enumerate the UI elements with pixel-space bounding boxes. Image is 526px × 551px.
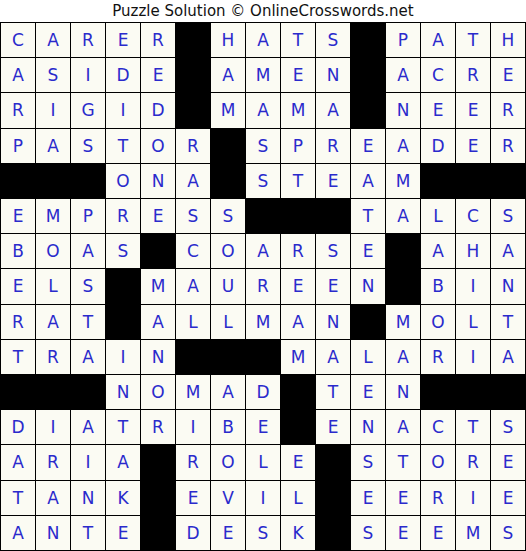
letter-cell-r12c12: A <box>386 410 420 444</box>
block-cell-r15c5 <box>141 516 175 550</box>
letter-cell-r4c5: O <box>141 129 175 163</box>
letter-cell-r2c14: R <box>456 58 490 92</box>
block-cell-r14c10 <box>316 481 350 515</box>
letter-cell-r4c3: S <box>71 129 105 163</box>
letter-cell-r12c5: R <box>141 410 175 444</box>
letter-cell-r2c2: S <box>36 58 70 92</box>
letter-cell-r1c7: H <box>211 23 245 57</box>
letter-cell-r10c12: A <box>386 340 420 374</box>
letter-cell-r4c4: T <box>106 129 140 163</box>
letter-cell-r10c1: T <box>1 340 35 374</box>
block-cell-r10c8 <box>246 340 280 374</box>
letter-cell-r12c1: D <box>1 410 35 444</box>
letter-cell-r11c7: A <box>211 375 245 409</box>
block-cell-r14c5 <box>141 481 175 515</box>
letter-cell-r10c3: A <box>71 340 105 374</box>
block-cell-r5c1 <box>1 164 35 198</box>
letter-cell-r4c9: P <box>281 129 315 163</box>
block-cell-r5c2 <box>36 164 70 198</box>
letter-cell-r12c2: I <box>36 410 70 444</box>
letter-cell-r3c14: E <box>456 93 490 127</box>
block-cell-r11c13 <box>421 375 455 409</box>
letter-cell-r8c14: I <box>456 269 490 303</box>
letter-cell-r8c3: S <box>71 269 105 303</box>
letter-cell-r3c9: M <box>281 93 315 127</box>
letter-cell-r7c3: A <box>71 234 105 268</box>
letter-cell-r14c12: E <box>386 481 420 515</box>
letter-cell-r7c4: S <box>106 234 140 268</box>
letter-cell-r9c2: A <box>36 305 70 339</box>
page: Puzzle Solution © OnlineCrosswords.net C… <box>0 0 526 551</box>
letter-cell-r11c10: T <box>316 375 350 409</box>
letter-cell-r3c12: N <box>386 93 420 127</box>
letter-cell-r15c8: S <box>246 516 280 550</box>
letter-cell-r4c10: R <box>316 129 350 163</box>
letter-cell-r13c13: O <box>421 445 455 479</box>
letter-cell-r8c10: E <box>316 269 350 303</box>
letter-cell-r6c3: P <box>71 199 105 233</box>
letter-cell-r6c6: S <box>176 199 210 233</box>
letter-cell-r5c12: M <box>386 164 420 198</box>
letter-cell-r10c9: M <box>281 340 315 374</box>
block-cell-r2c6 <box>176 58 210 92</box>
letter-cell-r10c2: R <box>36 340 70 374</box>
letter-cell-r6c1: E <box>1 199 35 233</box>
letter-cell-r12c10: E <box>316 410 350 444</box>
letter-cell-r3c3: G <box>71 93 105 127</box>
letter-cell-r1c14: T <box>456 23 490 57</box>
block-cell-r7c5 <box>141 234 175 268</box>
letter-cell-r7c13: A <box>421 234 455 268</box>
letter-cell-r2c8: M <box>246 58 280 92</box>
letter-cell-r10c4: I <box>106 340 140 374</box>
letter-cell-r14c13: R <box>421 481 455 515</box>
letter-cell-r15c13: E <box>421 516 455 550</box>
letter-cell-r15c6: D <box>176 516 210 550</box>
letter-cell-r8c8: R <box>246 269 280 303</box>
letter-cell-r9c5: A <box>141 305 175 339</box>
block-cell-r12c9 <box>281 410 315 444</box>
letter-cell-r5c8: S <box>246 164 280 198</box>
letter-cell-r12c3: A <box>71 410 105 444</box>
letter-cell-r13c2: R <box>36 445 70 479</box>
letter-cell-r6c11: T <box>351 199 385 233</box>
letter-cell-r15c4: E <box>106 516 140 550</box>
page-title: Puzzle Solution © OnlineCrosswords.net <box>0 0 526 22</box>
block-cell-r11c15 <box>491 375 525 409</box>
block-cell-r4c7 <box>211 129 245 163</box>
letter-cell-r1c3: R <box>71 23 105 57</box>
block-cell-r15c10 <box>316 516 350 550</box>
letter-cell-r2c4: D <box>106 58 140 92</box>
letter-cell-r5c5: N <box>141 164 175 198</box>
letter-cell-r6c4: R <box>106 199 140 233</box>
letter-cell-r7c1: B <box>1 234 35 268</box>
letter-cell-r6c14: C <box>456 199 490 233</box>
letter-cell-r15c9: K <box>281 516 315 550</box>
letter-cell-r2c13: C <box>421 58 455 92</box>
block-cell-r6c8 <box>246 199 280 233</box>
letter-cell-r4c2: A <box>36 129 70 163</box>
block-cell-r9c4 <box>106 305 140 339</box>
letter-cell-r1c5: R <box>141 23 175 57</box>
block-cell-r1c6 <box>176 23 210 57</box>
letter-cell-r14c4: K <box>106 481 140 515</box>
letter-cell-r7c9: R <box>281 234 315 268</box>
letter-cell-r7c10: S <box>316 234 350 268</box>
letter-cell-r13c6: R <box>176 445 210 479</box>
letter-cell-r13c15: E <box>491 445 525 479</box>
letter-cell-r2c7: A <box>211 58 245 92</box>
letter-cell-r13c14: R <box>456 445 490 479</box>
letter-cell-r14c2: A <box>36 481 70 515</box>
letter-cell-r3c4: I <box>106 93 140 127</box>
letter-cell-r9c8: M <box>246 305 280 339</box>
letter-cell-r3c15: R <box>491 93 525 127</box>
letter-cell-r11c5: O <box>141 375 175 409</box>
letter-cell-r13c1: A <box>1 445 35 479</box>
letter-cell-r12c6: I <box>176 410 210 444</box>
block-cell-r5c13 <box>421 164 455 198</box>
letter-cell-r5c6: A <box>176 164 210 198</box>
letter-cell-r4c15: R <box>491 129 525 163</box>
letter-cell-r1c13: A <box>421 23 455 57</box>
crossword-grid: CARERHATSPATHASIDEAMENACRERIGIDMAMANEERP… <box>0 22 526 551</box>
letter-cell-r13c4: A <box>106 445 140 479</box>
letter-cell-r13c7: O <box>211 445 245 479</box>
letter-cell-r13c3: I <box>71 445 105 479</box>
letter-cell-r1c8: A <box>246 23 280 57</box>
letter-cell-r7c11: E <box>351 234 385 268</box>
letter-cell-r9c1: R <box>1 305 35 339</box>
letter-cell-r4c12: A <box>386 129 420 163</box>
letter-cell-r11c11: E <box>351 375 385 409</box>
letter-cell-r15c1: A <box>1 516 35 550</box>
block-cell-r6c10 <box>316 199 350 233</box>
letter-cell-r8c1: E <box>1 269 35 303</box>
letter-cell-r6c5: E <box>141 199 175 233</box>
letter-cell-r14c11: E <box>351 481 385 515</box>
letter-cell-r7c8: A <box>246 234 280 268</box>
letter-cell-r7c6: C <box>176 234 210 268</box>
letter-cell-r4c1: P <box>1 129 35 163</box>
letter-cell-r7c14: H <box>456 234 490 268</box>
letter-cell-r14c8: I <box>246 481 280 515</box>
letter-cell-r7c15: A <box>491 234 525 268</box>
letter-cell-r6c7: S <box>211 199 245 233</box>
letter-cell-r12c4: T <box>106 410 140 444</box>
block-cell-r8c4 <box>106 269 140 303</box>
letter-cell-r3c7: M <box>211 93 245 127</box>
letter-cell-r3c13: E <box>421 93 455 127</box>
block-cell-r10c6 <box>176 340 210 374</box>
letter-cell-r9c14: L <box>456 305 490 339</box>
letter-cell-r15c14: M <box>456 516 490 550</box>
letter-cell-r9c12: M <box>386 305 420 339</box>
letter-cell-r11c4: N <box>106 375 140 409</box>
block-cell-r13c5 <box>141 445 175 479</box>
letter-cell-r3c5: D <box>141 93 175 127</box>
letter-cell-r12c14: T <box>456 410 490 444</box>
letter-cell-r12c13: C <box>421 410 455 444</box>
letter-cell-r4c14: E <box>456 129 490 163</box>
letter-cell-r14c1: T <box>1 481 35 515</box>
letter-cell-r12c7: B <box>211 410 245 444</box>
letter-cell-r11c8: D <box>246 375 280 409</box>
letter-cell-r4c13: D <box>421 129 455 163</box>
letter-cell-r15c3: T <box>71 516 105 550</box>
letter-cell-r9c9: A <box>281 305 315 339</box>
letter-cell-r12c8: E <box>246 410 280 444</box>
letter-cell-r8c15: N <box>491 269 525 303</box>
letter-cell-r10c11: L <box>351 340 385 374</box>
letter-cell-r10c15: A <box>491 340 525 374</box>
letter-cell-r2c5: E <box>141 58 175 92</box>
block-cell-r13c10 <box>316 445 350 479</box>
letter-cell-r13c12: T <box>386 445 420 479</box>
letter-cell-r9c7: L <box>211 305 245 339</box>
letter-cell-r1c2: A <box>36 23 70 57</box>
letter-cell-r8c6: A <box>176 269 210 303</box>
block-cell-r1c11 <box>351 23 385 57</box>
block-cell-r11c2 <box>36 375 70 409</box>
letter-cell-r15c11: S <box>351 516 385 550</box>
letter-cell-r14c7: V <box>211 481 245 515</box>
block-cell-r11c9 <box>281 375 315 409</box>
block-cell-r6c9 <box>281 199 315 233</box>
letter-cell-r15c2: N <box>36 516 70 550</box>
letter-cell-r10c14: I <box>456 340 490 374</box>
letter-cell-r8c11: N <box>351 269 385 303</box>
letter-cell-r2c3: I <box>71 58 105 92</box>
block-cell-r2c11 <box>351 58 385 92</box>
letter-cell-r14c3: N <box>71 481 105 515</box>
letter-cell-r6c2: M <box>36 199 70 233</box>
letter-cell-r15c15: S <box>491 516 525 550</box>
letter-cell-r10c5: N <box>141 340 175 374</box>
letter-cell-r9c15: T <box>491 305 525 339</box>
block-cell-r3c11 <box>351 93 385 127</box>
letter-cell-r1c10: S <box>316 23 350 57</box>
letter-cell-r10c13: R <box>421 340 455 374</box>
letter-cell-r12c15: S <box>491 410 525 444</box>
letter-cell-r11c6: M <box>176 375 210 409</box>
letter-cell-r13c8: L <box>246 445 280 479</box>
letter-cell-r3c1: R <box>1 93 35 127</box>
letter-cell-r1c1: C <box>1 23 35 57</box>
letter-cell-r13c11: S <box>351 445 385 479</box>
letter-cell-r12c11: N <box>351 410 385 444</box>
letter-cell-r8c5: M <box>141 269 175 303</box>
letter-cell-r8c2: L <box>36 269 70 303</box>
letter-cell-r11c12: N <box>386 375 420 409</box>
letter-cell-r9c13: O <box>421 305 455 339</box>
letter-cell-r5c11: A <box>351 164 385 198</box>
letter-cell-r2c15: E <box>491 58 525 92</box>
letter-cell-r6c12: A <box>386 199 420 233</box>
letter-cell-r9c3: T <box>71 305 105 339</box>
block-cell-r9c11 <box>351 305 385 339</box>
letter-cell-r1c9: T <box>281 23 315 57</box>
letter-cell-r14c15: E <box>491 481 525 515</box>
letter-cell-r1c4: E <box>106 23 140 57</box>
block-cell-r10c7 <box>211 340 245 374</box>
block-cell-r8c12 <box>386 269 420 303</box>
letter-cell-r15c7: E <box>211 516 245 550</box>
block-cell-r3c6 <box>176 93 210 127</box>
letter-cell-r4c11: E <box>351 129 385 163</box>
letter-cell-r13c9: E <box>281 445 315 479</box>
letter-cell-r9c10: N <box>316 305 350 339</box>
letter-cell-r7c2: O <box>36 234 70 268</box>
block-cell-r5c15 <box>491 164 525 198</box>
letter-cell-r2c12: A <box>386 58 420 92</box>
letter-cell-r2c1: A <box>1 58 35 92</box>
letter-cell-r8c7: U <box>211 269 245 303</box>
letter-cell-r3c10: A <box>316 93 350 127</box>
block-cell-r5c14 <box>456 164 490 198</box>
letter-cell-r10c10: A <box>316 340 350 374</box>
letter-cell-r6c13: L <box>421 199 455 233</box>
letter-cell-r5c9: T <box>281 164 315 198</box>
letter-cell-r15c12: E <box>386 516 420 550</box>
letter-cell-r9c6: L <box>176 305 210 339</box>
letter-cell-r14c6: E <box>176 481 210 515</box>
letter-cell-r5c10: E <box>316 164 350 198</box>
letter-cell-r1c15: H <box>491 23 525 57</box>
letter-cell-r8c9: E <box>281 269 315 303</box>
letter-cell-r7c7: O <box>211 234 245 268</box>
letter-cell-r1c12: P <box>386 23 420 57</box>
block-cell-r7c12 <box>386 234 420 268</box>
letter-cell-r4c6: R <box>176 129 210 163</box>
letter-cell-r3c2: I <box>36 93 70 127</box>
block-cell-r11c3 <box>71 375 105 409</box>
block-cell-r11c14 <box>456 375 490 409</box>
block-cell-r11c1 <box>1 375 35 409</box>
letter-cell-r8c13: B <box>421 269 455 303</box>
letter-cell-r14c9: L <box>281 481 315 515</box>
letter-cell-r3c8: A <box>246 93 280 127</box>
block-cell-r5c7 <box>211 164 245 198</box>
letter-cell-r2c10: N <box>316 58 350 92</box>
letter-cell-r4c8: S <box>246 129 280 163</box>
letter-cell-r6c15: S <box>491 199 525 233</box>
letter-cell-r2c9: E <box>281 58 315 92</box>
block-cell-r5c3 <box>71 164 105 198</box>
letter-cell-r14c14: I <box>456 481 490 515</box>
letter-cell-r5c4: O <box>106 164 140 198</box>
